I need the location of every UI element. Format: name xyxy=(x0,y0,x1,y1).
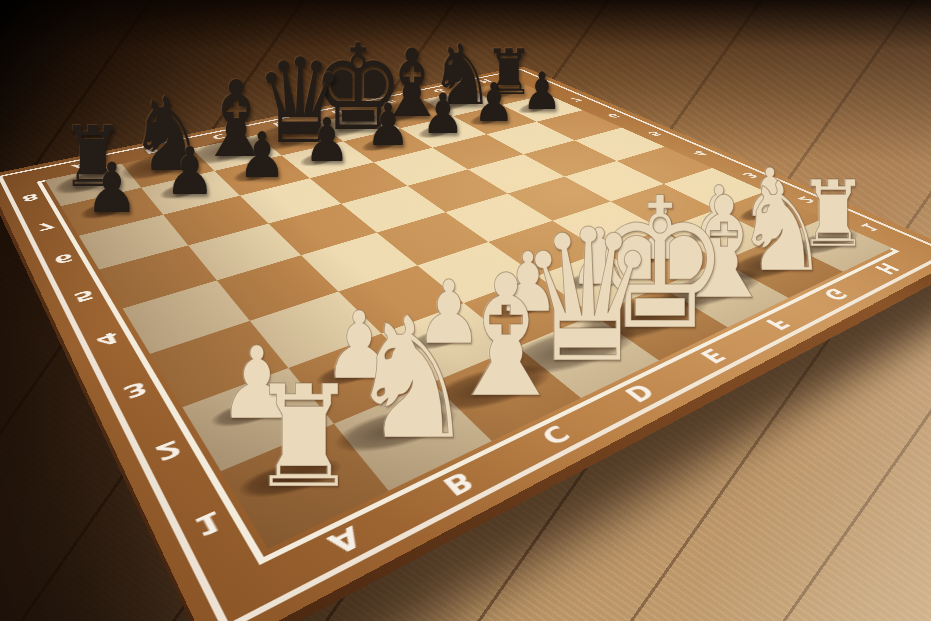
white-knight-b1[interactable]: ♞ xyxy=(412,432,563,600)
black-pawn-g7[interactable]: ♟ xyxy=(494,119,542,173)
white-rook-glyph: ♜ xyxy=(249,366,358,507)
black-pawn-glyph: ♟ xyxy=(522,66,562,118)
black-pawn-b7[interactable]: ♟ xyxy=(190,192,249,258)
black-pawn-f7[interactable]: ♟ xyxy=(443,131,493,187)
black-pawn-a7[interactable]: ♟ xyxy=(112,210,174,279)
black-pawn-c7[interactable]: ♟ xyxy=(262,175,318,238)
black-pawn-glyph: ♟ xyxy=(165,138,216,204)
black-pawn-glyph: ♟ xyxy=(85,154,138,223)
black-pawn-e7[interactable]: ♟ xyxy=(388,144,440,202)
black-pawn-glyph: ♟ xyxy=(474,76,515,130)
black-pawn-h7[interactable]: ♟ xyxy=(542,108,588,160)
black-pawn-glyph: ♟ xyxy=(304,110,350,170)
black-pawn-d7[interactable]: ♟ xyxy=(327,159,381,219)
black-pawn-glyph: ♟ xyxy=(422,86,465,142)
chess-scene: ABCDEFGH ABCDEFGH 12345678 12345678 ♜♞♝♛… xyxy=(0,0,931,621)
white-knight-glyph: ♞ xyxy=(347,296,476,464)
white-rook-a1[interactable]: ♜ xyxy=(304,481,431,621)
black-pawn-glyph: ♟ xyxy=(238,124,287,187)
black-pawn-glyph: ♟ xyxy=(365,98,410,156)
